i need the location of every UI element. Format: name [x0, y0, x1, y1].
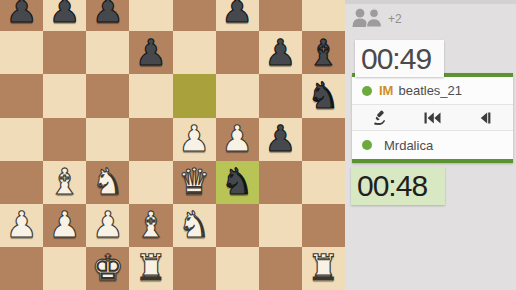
piece-white-pawn-f4[interactable]: ♟	[216, 118, 259, 161]
square-g7[interactable]	[259, 0, 302, 31]
analysis-board-button[interactable]	[368, 107, 392, 129]
piece-white-pawn-b2[interactable]: ♟	[43, 204, 86, 247]
player-bottom-name: Mrdalica	[384, 138, 433, 153]
square-h2[interactable]	[302, 204, 345, 247]
square-a3[interactable]	[0, 161, 43, 204]
square-h4[interactable]	[302, 118, 345, 161]
square-a1[interactable]	[0, 247, 43, 290]
square-d5[interactable]	[129, 74, 172, 117]
piece-white-rook-d1[interactable]: ♜	[129, 247, 172, 290]
piece-white-pawn-e4[interactable]: ♟	[173, 118, 216, 161]
square-f5[interactable]	[216, 74, 259, 117]
square-e7[interactable]	[173, 0, 216, 31]
game-toolbar	[352, 104, 513, 131]
piece-black-pawn-f7[interactable]: ♟	[216, 0, 259, 31]
clock-bottom-time: 00:48	[351, 169, 427, 203]
square-h7[interactable]	[302, 0, 345, 31]
spectators-row: +2	[352, 8, 402, 27]
player-bottom-row[interactable]: Mrdalica	[352, 131, 513, 159]
piece-white-bishop-d2[interactable]: ♝	[129, 204, 172, 247]
square-b1[interactable]	[43, 247, 86, 290]
square-g2[interactable]	[259, 204, 302, 247]
step-back-icon	[480, 112, 491, 124]
spectator-count: +2	[388, 12, 402, 27]
square-c4[interactable]	[86, 118, 129, 161]
square-d7[interactable]	[129, 0, 172, 31]
piece-white-king-c1[interactable]: ♚	[86, 247, 129, 290]
square-e5[interactable]	[173, 74, 216, 117]
square-c5[interactable]	[86, 74, 129, 117]
piece-black-pawn-c7[interactable]: ♟	[86, 0, 129, 31]
board-grid: ♟♟♟♟♟♟♝♞♟♞♟♟♝♞♛♟♟♟♝♞♚♜♜	[0, 0, 345, 290]
square-b6[interactable]	[43, 31, 86, 74]
chess-board: ♟♟♟♟♟♟♝♞♟♞♟♟♝♞♛♟♟♟♝♞♚♜♜	[0, 0, 345, 290]
player-top-title: IM	[379, 83, 393, 98]
online-dot	[362, 86, 372, 96]
square-f2[interactable]	[216, 204, 259, 247]
piece-white-pawn-a2[interactable]: ♟	[0, 204, 43, 247]
square-b5[interactable]	[43, 74, 86, 117]
square-f6[interactable]	[216, 31, 259, 74]
spectators-icon	[352, 8, 383, 27]
square-d3[interactable]	[129, 161, 172, 204]
square-a4[interactable]	[0, 118, 43, 161]
piece-black-pawn-g4[interactable]: ♟	[259, 118, 302, 161]
clock-top-time: 00:49	[355, 42, 431, 76]
player-top-name: beatles_21	[398, 83, 462, 98]
square-g3[interactable]	[259, 161, 302, 204]
piece-black-knight-h5[interactable]: ♞	[302, 74, 345, 117]
piece-white-bishop-b3[interactable]: ♝	[43, 161, 86, 204]
square-g1[interactable]	[259, 247, 302, 290]
square-a5[interactable]	[0, 74, 43, 117]
square-e1[interactable]	[173, 247, 216, 290]
piece-black-pawn-b7[interactable]: ♟	[43, 0, 86, 31]
microscope-icon	[373, 110, 387, 125]
piece-black-pawn-a7[interactable]: ♟	[0, 0, 43, 31]
piece-black-pawn-d6[interactable]: ♟	[129, 31, 172, 74]
piece-black-pawn-g6[interactable]: ♟	[259, 31, 302, 74]
square-g5[interactable]	[259, 74, 302, 117]
clock-top: 00:49	[355, 40, 444, 77]
piece-white-pawn-c2[interactable]: ♟	[86, 204, 129, 247]
piece-white-knight-c3[interactable]: ♞	[86, 161, 129, 204]
players-card: IM beatles_21	[352, 73, 513, 163]
piece-white-queen-e3[interactable]: ♛	[173, 161, 216, 204]
square-d4[interactable]	[129, 118, 172, 161]
skip-to-start-button[interactable]	[421, 107, 445, 129]
game-screen: ♟♟♟♟♟♟♝♞♟♞♟♟♝♞♛♟♟♟♝♞♚♜♜ 7654321 +2 00:49…	[0, 0, 516, 290]
square-c6[interactable]	[86, 31, 129, 74]
online-dot	[362, 140, 372, 150]
step-back-button[interactable]	[473, 107, 497, 129]
piece-white-rook-h1[interactable]: ♜	[302, 247, 345, 290]
square-b4[interactable]	[43, 118, 86, 161]
piece-black-bishop-h6[interactable]: ♝	[302, 31, 345, 74]
side-panel: +2 00:49 IM beatles_21	[345, 0, 516, 290]
square-a6[interactable]	[0, 31, 43, 74]
piece-white-knight-e2[interactable]: ♞	[173, 204, 216, 247]
square-e6[interactable]	[173, 31, 216, 74]
clock-bottom-active: 00:48	[351, 167, 445, 205]
square-f1[interactable]	[216, 247, 259, 290]
piece-black-knight-f3[interactable]: ♞	[216, 161, 259, 204]
square-h3[interactable]	[302, 161, 345, 204]
skip-to-start-icon	[424, 112, 441, 124]
player-top-row[interactable]: IM beatles_21	[352, 77, 513, 104]
